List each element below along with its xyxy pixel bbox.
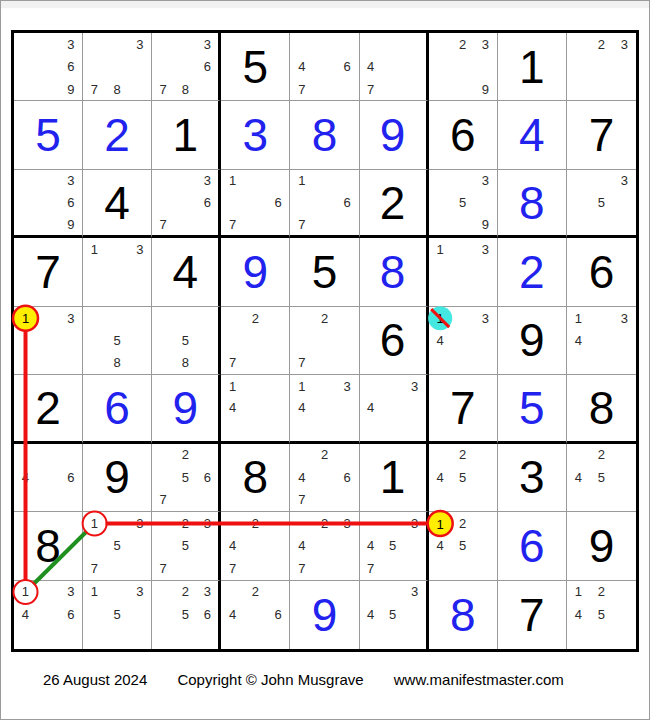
candidate-3: 3	[404, 375, 426, 397]
cell-r4c5[interactable]: 5	[290, 238, 359, 306]
cell-value: 9	[221, 238, 289, 305]
cell-r9c1[interactable]: 1346	[14, 581, 83, 649]
candidate-1: 1	[83, 512, 106, 534]
candidate-1: 1	[290, 170, 313, 192]
cell-r1c5[interactable]: 467	[290, 33, 359, 101]
pencil-marks: 359	[429, 170, 497, 235]
pencil-marks: 58	[152, 307, 218, 374]
candidate-6: 6	[196, 466, 218, 488]
cell-r3c5[interactable]: 167	[290, 170, 359, 238]
cell-r4c6[interactable]: 8	[360, 238, 429, 306]
candidate-2: 2	[313, 307, 336, 329]
cell-r3c9[interactable]: 35	[567, 170, 636, 238]
cell-r8c9[interactable]: 9	[567, 512, 636, 580]
pencil-marks: 2567	[152, 444, 218, 511]
cell-r2c7[interactable]: 6	[429, 101, 498, 169]
cell-r5c9[interactable]: 134	[567, 307, 636, 375]
pencil-marks: 1245	[429, 512, 497, 579]
candidate-3: 3	[613, 170, 636, 192]
candidate-4: 4	[221, 397, 244, 419]
cell-r3c6[interactable]: 2	[360, 170, 429, 238]
candidate-5: 5	[451, 192, 474, 214]
cell-r5c1[interactable]: 13	[14, 307, 83, 375]
cell-r2c3[interactable]: 1	[152, 101, 221, 169]
candidate-8: 8	[174, 352, 196, 374]
cell-r6c3[interactable]: 9	[152, 375, 221, 443]
candidate-6: 6	[59, 55, 82, 77]
candidate-2: 2	[590, 33, 613, 55]
candidate-3: 3	[196, 33, 218, 55]
footer-date: 26 August 2024	[43, 671, 147, 688]
cell-value: 5	[14, 101, 82, 168]
candidate-7: 7	[290, 352, 313, 374]
pencil-marks: 467	[290, 33, 358, 100]
candidate-1: 1	[567, 581, 590, 604]
footer: 26 August 2024 Copyright © John Musgrave…	[43, 671, 564, 688]
candidate-3: 3	[129, 33, 152, 55]
candidate-3: 3	[474, 33, 497, 55]
cell-value: 1	[152, 101, 218, 168]
pencil-marks: 245	[567, 444, 636, 511]
cell-r7c8[interactable]: 3	[498, 444, 567, 512]
pencil-marks: 246	[221, 581, 289, 649]
candidate-3: 3	[196, 170, 218, 192]
candidate-5: 5	[174, 466, 196, 488]
candidate-7: 7	[152, 489, 174, 511]
cell-r7c9[interactable]: 245	[567, 444, 636, 512]
cell-r1c1[interactable]: 369	[14, 33, 83, 101]
cell-value: 6	[567, 238, 636, 305]
pencil-marks: 167	[221, 170, 289, 235]
cell-value: 8	[567, 375, 636, 440]
pencil-marks: 167	[290, 170, 358, 235]
cell-value: 2	[14, 375, 82, 440]
candidate-3: 3	[59, 581, 82, 604]
cell-r7c3[interactable]: 2567	[152, 444, 221, 512]
cell-value: 7	[567, 101, 636, 168]
candidate-4: 4	[360, 535, 382, 557]
cell-value: 6	[83, 375, 151, 440]
pencil-marks: 134	[567, 307, 636, 374]
candidate-7: 7	[221, 214, 244, 236]
candidate-2: 2	[590, 581, 613, 604]
cell-r1c2[interactable]: 378	[83, 33, 152, 101]
candidate-1: 1	[83, 581, 106, 604]
candidate-2: 2	[244, 512, 267, 534]
cell-r4c9[interactable]: 6	[567, 238, 636, 306]
candidate-5: 5	[174, 535, 196, 557]
cell-r6c8[interactable]: 5	[498, 375, 567, 443]
candidate-4: 4	[567, 329, 590, 351]
candidate-4: 4	[290, 55, 313, 77]
cell-value: 9	[83, 444, 151, 511]
cell-r2c6[interactable]: 9	[360, 101, 429, 169]
cell-value: 1	[360, 444, 426, 511]
candidate-1: 1	[429, 238, 452, 260]
candidate-2: 2	[451, 444, 474, 466]
candidate-4: 4	[360, 397, 382, 419]
candidate-7: 7	[221, 352, 244, 374]
candidate-5: 5	[382, 535, 404, 557]
pencil-marks: 2347	[290, 512, 358, 579]
pencil-marks: 1245	[567, 581, 636, 649]
candidate-1: 1	[221, 375, 244, 397]
cell-value: 8	[290, 101, 358, 168]
candidate-5: 5	[106, 603, 129, 626]
candidate-7: 7	[152, 214, 174, 236]
candidate-4: 4	[360, 603, 382, 626]
cell-r6c1[interactable]: 2	[14, 375, 83, 443]
pencil-marks: 247	[221, 512, 289, 579]
cell-r6c9[interactable]: 8	[567, 375, 636, 443]
pencil-marks: 35	[567, 170, 636, 235]
candidate-3: 3	[474, 307, 497, 329]
cell-value: 7	[429, 375, 497, 440]
candidate-9: 9	[474, 78, 497, 100]
cell-value: 7	[14, 238, 82, 305]
candidate-5: 5	[590, 466, 613, 488]
cell-r7c1[interactable]: 46	[14, 444, 83, 512]
cell-r6c2[interactable]: 6	[83, 375, 152, 443]
candidate-6: 6	[196, 192, 218, 214]
cell-r7c2[interactable]: 9	[83, 444, 152, 512]
cell-value: 9	[498, 307, 566, 374]
cell-r9c6[interactable]: 345	[360, 581, 429, 649]
candidate-3: 3	[404, 581, 426, 604]
candidate-3: 3	[59, 307, 82, 329]
cell-r4c2[interactable]: 13	[83, 238, 152, 306]
cell-r4c3[interactable]: 4	[152, 238, 221, 306]
cell-r1c9[interactable]: 23	[567, 33, 636, 101]
candidate-4: 4	[221, 603, 244, 626]
candidate-2: 2	[451, 512, 474, 534]
candidate-7: 7	[290, 489, 313, 511]
cell-value: 8	[221, 444, 289, 511]
candidate-1: 1	[429, 307, 452, 329]
footer-website[interactable]: www.manifestmaster.com	[394, 671, 564, 688]
candidate-3: 3	[196, 512, 218, 534]
cell-r4c8[interactable]: 2	[498, 238, 567, 306]
cell-value: 9	[290, 581, 358, 649]
page: 3693783678546747239123521389647369436716…	[0, 0, 650, 720]
candidate-5: 5	[382, 603, 404, 626]
candidate-5: 5	[451, 535, 474, 557]
pencil-marks: 27	[221, 307, 289, 374]
pencil-marks: 13	[14, 307, 82, 374]
cell-r9c3[interactable]: 2356	[152, 581, 221, 649]
candidate-1: 1	[14, 307, 37, 329]
candidate-5: 5	[451, 466, 474, 488]
cell-r3c7[interactable]: 359	[429, 170, 498, 238]
candidate-5: 5	[106, 535, 129, 557]
candidate-1: 1	[429, 512, 452, 534]
candidate-3: 3	[129, 512, 152, 534]
sudoku-board: 3693783678546747239123521389647369436716…	[11, 30, 639, 652]
cell-r6c4[interactable]: 14	[221, 375, 290, 443]
candidate-7: 7	[152, 557, 174, 579]
cell-r5c6[interactable]: 6	[360, 307, 429, 375]
candidate-8: 8	[174, 78, 196, 100]
candidate-4: 4	[567, 603, 590, 626]
pencil-marks: 2357	[152, 512, 218, 579]
candidate-2: 2	[174, 581, 196, 604]
cell-value: 8	[360, 238, 426, 305]
cell-r5c8[interactable]: 9	[498, 307, 567, 375]
candidate-4: 4	[429, 466, 452, 488]
cell-r4c4[interactable]: 9	[221, 238, 290, 306]
cell-value: 8	[498, 170, 566, 235]
candidate-6: 6	[59, 603, 82, 626]
cell-r4c1[interactable]: 7	[14, 238, 83, 306]
cell-r2c2[interactable]: 2	[83, 101, 152, 169]
cell-value: 5	[498, 375, 566, 440]
candidate-4: 4	[221, 535, 244, 557]
cell-r9c8[interactable]: 7	[498, 581, 567, 649]
pencil-marks: 14	[221, 375, 289, 440]
cell-r3c1[interactable]: 369	[14, 170, 83, 238]
cell-value: 6	[498, 512, 566, 579]
candidate-1: 1	[567, 307, 590, 329]
cell-value: 8	[429, 581, 497, 649]
cell-r1c6[interactable]: 47	[360, 33, 429, 101]
cell-r7c4[interactable]: 8	[221, 444, 290, 512]
pencil-marks: 245	[429, 444, 497, 511]
candidate-4: 4	[429, 535, 452, 557]
pencil-marks: 1346	[14, 581, 82, 649]
pencil-marks: 27	[290, 307, 358, 374]
cell-value: 3	[498, 444, 566, 511]
footer-copyright: Copyright © John Musgrave	[177, 671, 363, 688]
candidate-6: 6	[336, 55, 359, 77]
candidate-7: 7	[290, 214, 313, 236]
candidate-7: 7	[83, 78, 106, 100]
cell-value: 1	[498, 33, 566, 100]
cell-value: 9	[360, 101, 426, 168]
candidate-2: 2	[590, 444, 613, 466]
candidate-7: 7	[360, 557, 382, 579]
cell-r3c4[interactable]: 167	[221, 170, 290, 238]
pencil-marks: 3457	[360, 512, 426, 579]
cell-value: 5	[221, 33, 289, 100]
cell-r1c4[interactable]: 5	[221, 33, 290, 101]
pencil-marks: 135	[83, 581, 151, 649]
cell-value: 6	[429, 101, 497, 168]
candidate-3: 3	[474, 170, 497, 192]
pencil-marks: 3678	[152, 33, 218, 100]
candidate-5: 5	[590, 192, 613, 214]
cell-r7c7[interactable]: 245	[429, 444, 498, 512]
candidate-3: 3	[613, 307, 636, 329]
candidate-8: 8	[106, 78, 129, 100]
cell-r7c6[interactable]: 1	[360, 444, 429, 512]
cell-r8c6[interactable]: 3457	[360, 512, 429, 580]
candidate-9: 9	[59, 78, 82, 100]
pencil-marks: 13	[429, 238, 497, 305]
candidate-3: 3	[336, 375, 359, 397]
candidate-3: 3	[129, 581, 152, 604]
cell-r8c1[interactable]: 8	[14, 512, 83, 580]
candidate-2: 2	[244, 307, 267, 329]
candidate-4: 4	[290, 466, 313, 488]
cell-r2c1[interactable]: 5	[14, 101, 83, 169]
candidate-2: 2	[313, 444, 336, 466]
cell-r1c7[interactable]: 239	[429, 33, 498, 101]
candidate-1: 1	[290, 375, 313, 397]
cell-value: 3	[221, 101, 289, 168]
cell-r8c7[interactable]: 1245	[429, 512, 498, 580]
candidate-4: 4	[429, 329, 452, 351]
candidate-4: 4	[290, 535, 313, 557]
candidate-6: 6	[336, 466, 359, 488]
cell-value: 2	[360, 170, 426, 235]
candidate-2: 2	[174, 512, 196, 534]
cell-value: 4	[83, 170, 151, 235]
candidate-4: 4	[14, 466, 37, 488]
cell-r8c2[interactable]: 1357	[83, 512, 152, 580]
cell-value: 8	[14, 512, 82, 579]
candidate-3: 3	[196, 581, 218, 604]
candidate-5: 5	[174, 329, 196, 351]
cell-r5c3[interactable]: 58	[152, 307, 221, 375]
cell-r8c8[interactable]: 6	[498, 512, 567, 580]
pencil-marks: 378	[83, 33, 151, 100]
cell-r9c2[interactable]: 135	[83, 581, 152, 649]
candidate-5: 5	[174, 603, 196, 626]
cell-value: 4	[152, 238, 218, 305]
cell-r9c7[interactable]: 8	[429, 581, 498, 649]
candidate-9: 9	[59, 214, 82, 236]
candidate-2: 2	[174, 444, 196, 466]
cell-r5c4[interactable]: 27	[221, 307, 290, 375]
candidate-6: 6	[336, 192, 359, 214]
pencil-marks: 134	[290, 375, 358, 440]
candidate-6: 6	[196, 603, 218, 626]
pencil-marks: 345	[360, 581, 426, 649]
cell-value: 6	[360, 307, 426, 374]
pencil-marks: 369	[14, 33, 82, 100]
cell-r8c4[interactable]: 247	[221, 512, 290, 580]
cell-r3c8[interactable]: 8	[498, 170, 567, 238]
cell-value: 2	[498, 238, 566, 305]
candidate-6: 6	[59, 192, 82, 214]
pencil-marks: 369	[14, 170, 82, 235]
candidate-5: 5	[106, 329, 129, 351]
cell-value: 5	[290, 238, 358, 305]
candidate-7: 7	[290, 557, 313, 579]
cell-r5c2[interactable]: 58	[83, 307, 152, 375]
candidate-3: 3	[336, 512, 359, 534]
cell-value: 9	[152, 375, 218, 440]
cell-r2c5[interactable]: 8	[290, 101, 359, 169]
cell-r2c9[interactable]: 7	[567, 101, 636, 169]
candidate-2: 2	[244, 581, 267, 604]
pencil-marks: 13	[83, 238, 151, 305]
candidate-6: 6	[196, 55, 218, 77]
pencil-marks: 58	[83, 307, 151, 374]
cell-r6c5[interactable]: 134	[290, 375, 359, 443]
pencil-marks: 46	[14, 444, 82, 511]
cell-r6c7[interactable]: 7	[429, 375, 498, 443]
candidate-3: 3	[59, 33, 82, 55]
candidate-4: 4	[14, 603, 37, 626]
cell-r8c5[interactable]: 2347	[290, 512, 359, 580]
cell-r4c7[interactable]: 13	[429, 238, 498, 306]
pencil-marks: 367	[152, 170, 218, 235]
cell-r5c7[interactable]: 134	[429, 307, 498, 375]
candidate-7: 7	[290, 78, 313, 100]
cell-r3c3[interactable]: 367	[152, 170, 221, 238]
candidate-3: 3	[474, 238, 497, 260]
candidate-2: 2	[313, 512, 336, 534]
candidate-3: 3	[129, 238, 152, 260]
pencil-marks: 1357	[83, 512, 151, 579]
candidate-7: 7	[83, 557, 106, 579]
candidate-6: 6	[267, 603, 290, 626]
candidate-1: 1	[83, 238, 106, 260]
candidate-2: 2	[451, 33, 474, 55]
pencil-marks: 134	[429, 307, 497, 374]
cell-r7c5[interactable]: 2467	[290, 444, 359, 512]
candidate-7: 7	[152, 78, 174, 100]
pencil-marks: 2356	[152, 581, 218, 649]
cell-r2c8[interactable]: 4	[498, 101, 567, 169]
window-top-strip	[1, 1, 649, 9]
candidate-6: 6	[59, 466, 82, 488]
candidate-4: 4	[290, 397, 313, 419]
pencil-marks: 2467	[290, 444, 358, 511]
cell-r6c6[interactable]: 34	[360, 375, 429, 443]
candidate-8: 8	[106, 352, 129, 374]
candidate-6: 6	[267, 192, 290, 214]
candidate-9: 9	[474, 214, 497, 236]
pencil-marks: 47	[360, 33, 426, 100]
cell-value: 7	[498, 581, 566, 649]
pencil-marks: 239	[429, 33, 497, 100]
candidate-1: 1	[14, 581, 37, 604]
cell-r9c5[interactable]: 9	[290, 581, 359, 649]
candidate-7: 7	[360, 78, 382, 100]
cell-value: 2	[83, 101, 151, 168]
cell-r2c4[interactable]: 3	[221, 101, 290, 169]
candidate-5: 5	[590, 603, 613, 626]
cell-value: 9	[567, 512, 636, 579]
cell-r9c4[interactable]: 246	[221, 581, 290, 649]
cell-r9c9[interactable]: 1245	[567, 581, 636, 649]
cell-r1c3[interactable]: 3678	[152, 33, 221, 101]
cell-r1c8[interactable]: 1	[498, 33, 567, 101]
candidate-1: 1	[221, 170, 244, 192]
cell-r3c2[interactable]: 4	[83, 170, 152, 238]
cell-value: 4	[498, 101, 566, 168]
candidate-4: 4	[567, 466, 590, 488]
candidate-7: 7	[221, 557, 244, 579]
candidate-4: 4	[360, 55, 382, 77]
candidate-3: 3	[404, 512, 426, 534]
candidate-3: 3	[59, 170, 82, 192]
candidate-3: 3	[613, 33, 636, 55]
cell-r8c3[interactable]: 2357	[152, 512, 221, 580]
pencil-marks: 23	[567, 33, 636, 100]
pencil-marks: 34	[360, 375, 426, 440]
cell-r5c5[interactable]: 27	[290, 307, 359, 375]
